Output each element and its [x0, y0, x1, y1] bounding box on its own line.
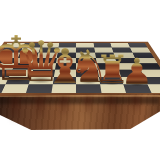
- square-e2[interactable]: [76, 77, 100, 85]
- square-e3[interactable]: [76, 70, 98, 77]
- square-c1[interactable]: [26, 84, 52, 93]
- chess-set-photo: ♚♛♝♞♜♟: [0, 0, 160, 160]
- square-f1[interactable]: [100, 84, 126, 93]
- board-grid: [0, 43, 160, 93]
- square-b2[interactable]: [5, 77, 31, 85]
- chessboard: [0, 0, 160, 96]
- board-apron: [0, 93, 160, 130]
- apron-reflection-band: [0, 97, 159, 104]
- square-d1[interactable]: [51, 84, 76, 93]
- square-e1[interactable]: [76, 84, 101, 93]
- square-c2[interactable]: [29, 77, 54, 85]
- square-d3[interactable]: [54, 70, 76, 77]
- square-h3[interactable]: [140, 70, 160, 77]
- board-frame: [0, 42, 160, 96]
- square-f2[interactable]: [98, 77, 123, 85]
- square-b1[interactable]: [1, 84, 29, 93]
- square-b3[interactable]: [9, 70, 34, 77]
- square-c3[interactable]: [31, 70, 55, 77]
- square-f3[interactable]: [97, 70, 121, 77]
- square-d2[interactable]: [52, 77, 76, 85]
- square-h2[interactable]: [143, 77, 160, 85]
